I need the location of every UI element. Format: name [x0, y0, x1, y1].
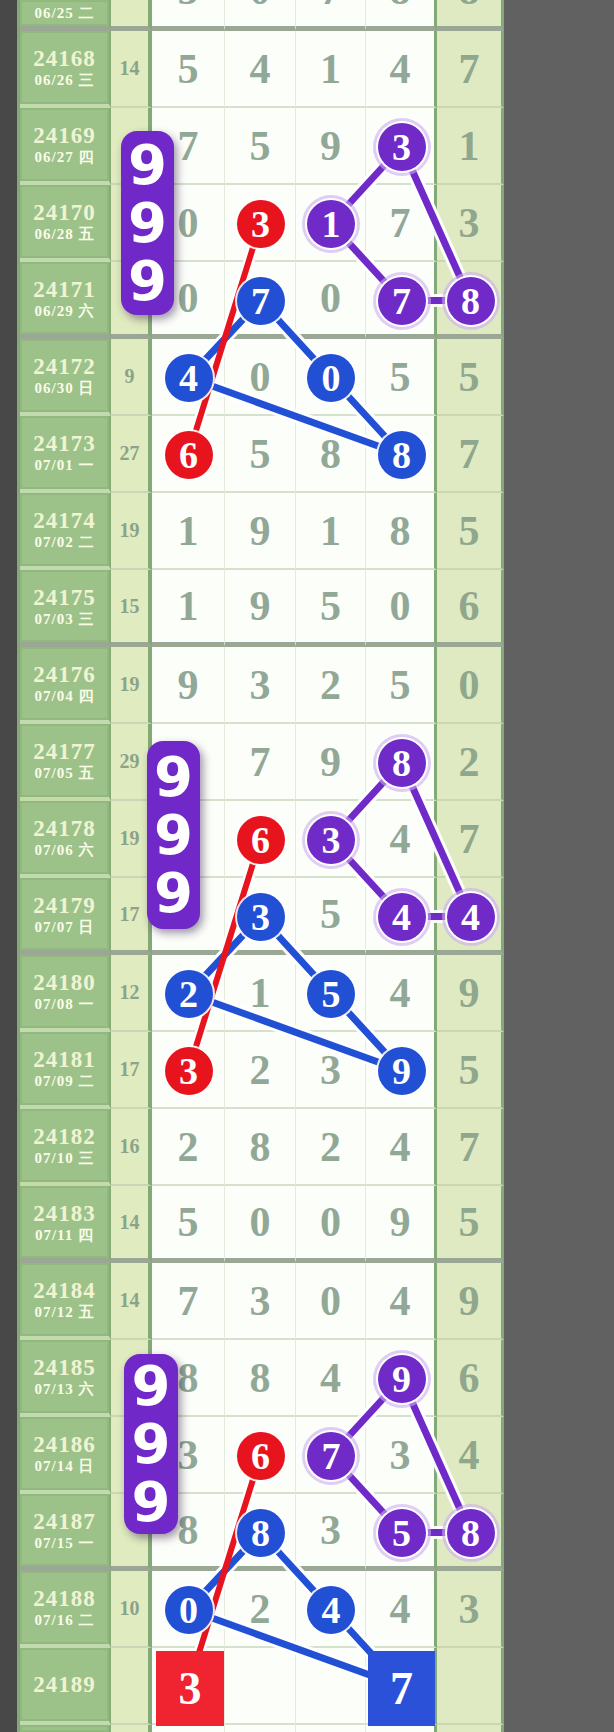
- row-partial-bottom: [20, 1725, 504, 1732]
- digit-cell-p4: 8: [366, 416, 437, 493]
- digit-value: 9: [320, 738, 341, 786]
- digit-value: 0: [250, 1198, 271, 1246]
- digit-cell-p1: 5: [152, 31, 225, 108]
- row-24183: 2418307/11 四1450095: [20, 1186, 504, 1263]
- tail-value: 4: [459, 1431, 480, 1479]
- digit-cell-p1: 9: [152, 647, 225, 724]
- digit-value: 7: [320, 1431, 341, 1479]
- digit-cell-p2: 6: [225, 801, 296, 878]
- period-number: 24182: [33, 1124, 96, 1149]
- period-cell: 2418507/13 六: [20, 1340, 111, 1417]
- period-cell: 2417006/28 五: [20, 185, 111, 262]
- tail-value: 9: [459, 1277, 480, 1325]
- sum-value: 19: [120, 673, 140, 696]
- digit-value: 9: [390, 1198, 411, 1246]
- draw-date: 07/16 二: [35, 1611, 95, 1629]
- digit-cell-p3: 4: [296, 1571, 366, 1648]
- digit-cell-p3: 5: [296, 955, 366, 1032]
- digit-value: 3: [320, 1506, 341, 1554]
- partial-cell: [152, 1725, 225, 1732]
- digit-cell-p2: [225, 1648, 296, 1725]
- digit-value: 1: [320, 45, 341, 93]
- left-gutter: [0, 0, 17, 1732]
- period-number: 24185: [33, 1355, 96, 1380]
- digit-value: 0: [320, 1198, 341, 1246]
- partial-cell: [366, 1725, 437, 1732]
- digit-cell-p3: 7: [296, 1417, 366, 1494]
- period-cell: 2418607/14 日: [20, 1417, 111, 1494]
- tail-value: 8: [459, 274, 480, 322]
- digit-cell-p2: 7: [225, 262, 296, 339]
- digit-cell-p1: 0: [152, 185, 225, 262]
- tail-cell: 3: [437, 1571, 504, 1648]
- digit-value: 4: [390, 1123, 411, 1171]
- sum-cell: 15: [111, 570, 152, 647]
- period-number: 24177: [33, 739, 96, 764]
- digit-value: 7: [390, 274, 411, 322]
- digit-value: 4: [390, 1585, 411, 1633]
- digit-cell-p1: 8: [152, 1494, 225, 1571]
- sum-cell: 14: [111, 1263, 152, 1340]
- digit-cell-p4: 5: [366, 647, 437, 724]
- sum-cell: [111, 0, 152, 31]
- digit-value: 4: [390, 969, 411, 1017]
- period-number: 24183: [33, 1201, 96, 1226]
- digit-value: 0: [250, 353, 271, 401]
- digit-cell-p3: 2: [296, 647, 366, 724]
- digit-cell-p2: 5: [225, 416, 296, 493]
- digit-cell-p4: 4: [366, 955, 437, 1032]
- digit-value: 3: [250, 1277, 271, 1325]
- tail-value: 9: [459, 969, 480, 1017]
- digit-cell-p1: 7: [152, 1263, 225, 1340]
- digit-cell-p3: 0: [296, 1186, 366, 1263]
- sum-value: 16: [120, 1135, 140, 1158]
- digit-cell-p4: 9: [366, 1340, 437, 1417]
- digit-cell-p1: [152, 801, 225, 878]
- sum-value: 15: [120, 595, 140, 618]
- digit-value: 9: [250, 507, 271, 555]
- digit-value: 5: [178, 1198, 199, 1246]
- digit-value: 4: [390, 815, 411, 863]
- sum-cell: 12: [111, 955, 152, 1032]
- row-24189: 24189: [20, 1648, 504, 1725]
- digit-cell-p2: 2: [225, 1571, 296, 1648]
- row-24176: 2417607/04 四1993250: [20, 647, 504, 724]
- tail-value: 0: [459, 661, 480, 709]
- period-cell: 2417507/03 三: [20, 570, 111, 647]
- tail-value: 7: [459, 1123, 480, 1171]
- digit-cell-p1: 2: [152, 1109, 225, 1186]
- tail-cell: 5: [437, 1032, 504, 1109]
- tail-value: 5: [459, 353, 480, 401]
- sum-cell: [111, 185, 152, 262]
- partial-cell: [225, 1725, 296, 1732]
- period-cell: 2418407/12 五: [20, 1263, 111, 1340]
- digit-value: 6: [178, 430, 199, 478]
- tail-cell: 3: [437, 185, 504, 262]
- period-cell: 2417607/04 四: [20, 647, 111, 724]
- row-24188: 2418807/16 二1002443: [20, 1571, 504, 1648]
- digit-cell-p2: 3: [225, 878, 296, 955]
- tail-cell: 7: [437, 416, 504, 493]
- digit-value: 8: [390, 738, 411, 786]
- period-number: 24187: [33, 1509, 96, 1534]
- digit-value: 2: [178, 969, 199, 1017]
- digit-cell-p4: 9: [366, 1186, 437, 1263]
- digit-value: 3: [320, 815, 341, 863]
- digit-value: 8: [390, 507, 411, 555]
- digit-value: 6: [250, 1431, 271, 1479]
- digit-cell-p2: 2: [225, 1032, 296, 1109]
- tail-value: 4: [459, 890, 480, 938]
- digit-cell-p1: 7: [152, 108, 225, 185]
- digit-cell-p4: 8: [366, 724, 437, 801]
- sum-cell: 16: [111, 1109, 152, 1186]
- tail-value: 8: [459, 0, 480, 14]
- sum-cell: 17: [111, 878, 152, 955]
- digit-value: 3: [250, 199, 271, 247]
- digit-cell-p2: 0: [225, 339, 296, 416]
- digit-cell-p1: 0: [152, 1571, 225, 1648]
- digit-value: 9: [178, 661, 199, 709]
- sum-value: 14: [120, 57, 140, 80]
- digit-value: 1: [320, 199, 341, 247]
- period-cell: 2417907/07 日: [20, 878, 111, 955]
- tail-cell: 0: [437, 647, 504, 724]
- sum-value: 19: [120, 519, 140, 542]
- tail-cell: 5: [437, 1186, 504, 1263]
- digit-cell-p1: 6: [152, 416, 225, 493]
- tail-value: 6: [459, 582, 480, 630]
- row-24180: 2418007/08 一1221549: [20, 955, 504, 1032]
- lottery-trend-screen: 06/25 二507882416806/26 三14541472416906/2…: [0, 0, 614, 1732]
- digit-value: 9: [250, 582, 271, 630]
- sum-cell: 19: [111, 647, 152, 724]
- digit-value: 7: [250, 738, 271, 786]
- period-cell: 2416906/27 四: [20, 108, 111, 185]
- period-number: 24189: [33, 1672, 96, 1697]
- digit-cell-p3: 1: [296, 185, 366, 262]
- row-24172: 2417206/30 日940055: [20, 339, 504, 416]
- digit-value: 4: [178, 353, 199, 401]
- period-number: 24181: [33, 1047, 96, 1072]
- digit-value: 0: [178, 1585, 199, 1633]
- digit-cell-p2: 8: [225, 1494, 296, 1571]
- sum-value: 17: [120, 903, 140, 926]
- draw-date: 07/01 一: [35, 456, 95, 474]
- period-cell: 2418807/16 二: [20, 1571, 111, 1648]
- tail-value: 3: [459, 1585, 480, 1633]
- digit-value: 3: [390, 122, 411, 170]
- digit-cell-p2: 1: [225, 955, 296, 1032]
- digit-cell-p4: 8: [366, 493, 437, 570]
- digit-cell-p4: 5: [366, 339, 437, 416]
- digit-value: 2: [320, 661, 341, 709]
- digit-cell-p4: 7: [366, 185, 437, 262]
- digit-cell-p1: 4: [152, 339, 225, 416]
- tail-value: 8: [459, 1506, 480, 1554]
- digit-value: 8: [250, 1354, 271, 1402]
- tail-cell: 6: [437, 570, 504, 647]
- tail-cell: [437, 1648, 504, 1725]
- draw-date: 07/15 一: [35, 1534, 95, 1552]
- digit-value: 3: [250, 661, 271, 709]
- draw-date: 07/02 二: [35, 533, 95, 551]
- digit-value: 5: [250, 430, 271, 478]
- row-24186: 2418607/14 日36734: [20, 1417, 504, 1494]
- period-number: 24180: [33, 970, 96, 995]
- digit-cell-p1: 5: [152, 1186, 225, 1263]
- digit-value: 0: [390, 582, 411, 630]
- tail-value: 6: [459, 1354, 480, 1402]
- tail-cell: 2: [437, 724, 504, 801]
- digit-value: 8: [390, 0, 411, 14]
- tail-cell: 4: [437, 878, 504, 955]
- digit-value: 7: [250, 274, 271, 322]
- draw-date: 07/08 一: [35, 995, 95, 1013]
- period-number: 24186: [33, 1432, 96, 1457]
- digit-value: 8: [250, 1123, 271, 1171]
- digit-cell-p4: [366, 1648, 437, 1725]
- tail-cell: 5: [437, 493, 504, 570]
- row-24170: 2417006/28 五03173: [20, 185, 504, 262]
- digit-cell-p3: 3: [296, 1032, 366, 1109]
- digit-value: 7: [320, 0, 341, 14]
- period-number: 24178: [33, 816, 96, 841]
- digit-cell-p1: [152, 878, 225, 955]
- digit-cell-p4: 4: [366, 1571, 437, 1648]
- digit-cell-p1: 1: [152, 570, 225, 647]
- sum-value: 29: [120, 750, 140, 773]
- digit-value: 7: [390, 199, 411, 247]
- digit-value: 4: [390, 1277, 411, 1325]
- row-24174: 2417407/02 二1919185: [20, 493, 504, 570]
- digit-value: 2: [320, 1123, 341, 1171]
- digit-cell-p1: 0: [152, 262, 225, 339]
- digit-cell-p2: 5: [225, 108, 296, 185]
- tail-cell: 7: [437, 801, 504, 878]
- digit-value: 4: [320, 1585, 341, 1633]
- draw-date: 06/26 三: [35, 71, 95, 89]
- period-cell: 06/25 二: [20, 0, 111, 31]
- period-number: 24174: [33, 508, 96, 533]
- period-cell: 2417206/30 日: [20, 339, 111, 416]
- tail-cell: 8: [437, 1494, 504, 1571]
- digit-cell-p3: 4: [296, 1340, 366, 1417]
- digit-cell-p3: 7: [296, 0, 366, 31]
- period-number: 24171: [33, 277, 96, 302]
- trend-table: 06/25 二507882416806/26 三14541472416906/2…: [17, 0, 504, 1732]
- draw-date: 06/25 二: [35, 4, 95, 22]
- period-number: 24169: [33, 123, 96, 148]
- digit-value: 5: [320, 890, 341, 938]
- digit-value: 5: [320, 969, 341, 1017]
- row-24177: 2417707/05 五297982: [20, 724, 504, 801]
- digit-cell-p3: 2: [296, 1109, 366, 1186]
- row-24187: 2418707/15 一88358: [20, 1494, 504, 1571]
- digit-cell-p3: 3: [296, 1494, 366, 1571]
- period-number: 24175: [33, 585, 96, 610]
- digit-value: 5: [390, 353, 411, 401]
- period-number: 24172: [33, 354, 96, 379]
- digit-value: 3: [178, 1431, 199, 1479]
- period-cell: 2418707/15 一: [20, 1494, 111, 1571]
- sum-cell: 19: [111, 801, 152, 878]
- sum-cell: 10: [111, 1571, 152, 1648]
- row-24175: 2417507/03 三1519506: [20, 570, 504, 647]
- tail-value: 1: [459, 122, 480, 170]
- digit-cell-p1: [152, 724, 225, 801]
- draw-date: 07/03 三: [35, 610, 95, 628]
- digit-value: 8: [390, 430, 411, 478]
- digit-value: 5: [390, 661, 411, 709]
- digit-cell-p3: [296, 1648, 366, 1725]
- period-cell: 2417807/06 六: [20, 801, 111, 878]
- digit-value: 4: [250, 45, 271, 93]
- digit-cell-p3: 5: [296, 570, 366, 647]
- digit-value: 8: [178, 1506, 199, 1554]
- sum-cell: 14: [111, 31, 152, 108]
- sum-cell: 17: [111, 1032, 152, 1109]
- tail-cell: 5: [437, 339, 504, 416]
- sum-cell: 14: [111, 1186, 152, 1263]
- digit-value: 8: [178, 1354, 199, 1402]
- sum-cell: [111, 1417, 152, 1494]
- digit-cell-p4: 4: [366, 1109, 437, 1186]
- sum-cell: 9: [111, 339, 152, 416]
- digit-value: 7: [178, 1277, 199, 1325]
- digit-cell-p3: 9: [296, 108, 366, 185]
- tail-cell: 4: [437, 1417, 504, 1494]
- sum-cell: [111, 1494, 152, 1571]
- digit-cell-p2: 3: [225, 185, 296, 262]
- digit-value: 9: [390, 1046, 411, 1094]
- draw-date: 07/11 四: [35, 1226, 94, 1244]
- draw-date: 07/07 日: [35, 918, 95, 936]
- period-number: 24188: [33, 1586, 96, 1611]
- digit-cell-p1: 2: [152, 955, 225, 1032]
- sum-value: 19: [120, 827, 140, 850]
- digit-value: 0: [320, 274, 341, 322]
- digit-value: 8: [320, 430, 341, 478]
- row-24181: 2418107/09 二1732395: [20, 1032, 504, 1109]
- partial-cell: [20, 1725, 111, 1732]
- draw-date: 07/12 五: [35, 1303, 95, 1321]
- digit-cell-p4: 4: [366, 801, 437, 878]
- digit-cell-p3: 0: [296, 1263, 366, 1340]
- digit-cell-p2: 3: [225, 647, 296, 724]
- period-cell: 2418307/11 四: [20, 1186, 111, 1263]
- row-partial: 06/25 二50788: [20, 0, 504, 31]
- partial-cell: [111, 1725, 152, 1732]
- tail-value: 5: [459, 1046, 480, 1094]
- digit-value: 0: [320, 353, 341, 401]
- period-number: 24170: [33, 200, 96, 225]
- digit-cell-p1: 3: [152, 1417, 225, 1494]
- digit-cell-p3: 5: [296, 878, 366, 955]
- digit-cell-p2: 0: [225, 1186, 296, 1263]
- period-number: 24176: [33, 662, 96, 687]
- digit-value: 5: [320, 582, 341, 630]
- digit-cell-p1: 8: [152, 1340, 225, 1417]
- period-cell: 2417307/01 一: [20, 416, 111, 493]
- period-cell: 2418207/10 三: [20, 1109, 111, 1186]
- digit-cell-p2: 0: [225, 0, 296, 31]
- tail-value: 7: [459, 430, 480, 478]
- digit-value: 5: [390, 1506, 411, 1554]
- digit-cell-p2: 9: [225, 493, 296, 570]
- row-24185: 2418507/13 六88496: [20, 1340, 504, 1417]
- period-cell: 2418107/09 二: [20, 1032, 111, 1109]
- digit-cell-p4: 3: [366, 1417, 437, 1494]
- digit-value: 3: [390, 1431, 411, 1479]
- digit-cell-p4: 4: [366, 1263, 437, 1340]
- digit-cell-p3: 1: [296, 493, 366, 570]
- digit-cell-p3: 0: [296, 339, 366, 416]
- partial-cell: [437, 1725, 504, 1732]
- draw-date: 07/04 四: [35, 687, 95, 705]
- digit-value: 4: [320, 1354, 341, 1402]
- draw-date: 07/14 日: [35, 1457, 95, 1475]
- period-number: 24179: [33, 893, 96, 918]
- period-cell: 2416806/26 三: [20, 31, 111, 108]
- digit-cell-p4: 8: [366, 0, 437, 31]
- tail-value: 3: [459, 199, 480, 247]
- digit-value: 0: [178, 274, 199, 322]
- digit-value: 5: [178, 45, 199, 93]
- row-24169: 2416906/27 四75931: [20, 108, 504, 185]
- digit-value: 5: [250, 122, 271, 170]
- tail-cell: 7: [437, 1109, 504, 1186]
- row-24182: 2418207/10 三1628247: [20, 1109, 504, 1186]
- tail-cell: 6: [437, 1340, 504, 1417]
- sum-value: 10: [120, 1597, 140, 1620]
- digit-value: 9: [390, 1354, 411, 1402]
- sum-cell: 19: [111, 493, 152, 570]
- draw-date: 06/29 六: [35, 302, 95, 320]
- digit-value: 2: [250, 1046, 271, 1094]
- digit-value: 2: [250, 1585, 271, 1633]
- tail-value: 7: [459, 45, 480, 93]
- period-number: 24184: [33, 1278, 96, 1303]
- digit-cell-p4: 9: [366, 1032, 437, 1109]
- digit-value: 3: [178, 1046, 199, 1094]
- digit-value: 4: [390, 890, 411, 938]
- digit-value: 6: [250, 815, 271, 863]
- period-cell: 2417407/02 二: [20, 493, 111, 570]
- digit-cell-p4: 7: [366, 262, 437, 339]
- period-cell: 2417106/29 六: [20, 262, 111, 339]
- digit-cell-p2: 3: [225, 1263, 296, 1340]
- digit-cell-p3: 3: [296, 801, 366, 878]
- digit-cell-p1: 3: [152, 1032, 225, 1109]
- period-cell: 2418007/08 一: [20, 955, 111, 1032]
- draw-date: 07/13 六: [35, 1380, 95, 1398]
- tail-value: 2: [459, 738, 480, 786]
- sum-value: 27: [120, 442, 140, 465]
- row-24173: 2417307/01 一2765887: [20, 416, 504, 493]
- row-24184: 2418407/12 五1473049: [20, 1263, 504, 1340]
- digit-cell-p3: 0: [296, 262, 366, 339]
- digit-value: 0: [178, 199, 199, 247]
- digit-cell-p2: 7: [225, 724, 296, 801]
- digit-cell-p4: 4: [366, 878, 437, 955]
- digit-value: 1: [178, 582, 199, 630]
- digit-value: 3: [250, 890, 271, 938]
- digit-value: 5: [178, 0, 199, 14]
- sum-value: 12: [120, 981, 140, 1004]
